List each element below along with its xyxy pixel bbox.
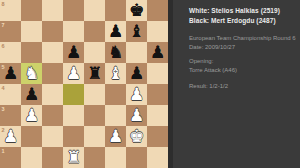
square-e2[interactable] [84,126,105,147]
square-f6[interactable]: ♞ [105,42,126,63]
square-d8[interactable] [63,0,84,21]
square-h5[interactable] [147,63,168,84]
opening-name: Torre Attack (A46) [189,66,296,75]
square-b3[interactable]: ♟ [21,105,42,126]
piece-white-pawn-g3[interactable]: ♟ [126,105,147,126]
chess-game-viewer: 8♚7♟♝6♟♞♟5♟♞♟♜♝♟4♟♟3♟♟2♟♟♚1♜ White: Stel… [0,0,300,168]
piece-white-pawn-a2[interactable]: ♟ [0,126,21,147]
square-h4[interactable] [147,84,168,105]
square-c3[interactable] [42,105,63,126]
chess-board: 8♚7♟♝6♟♞♟5♟♞♟♜♝♟4♟♟3♟♟2♟♟♚1♜ [0,0,168,168]
square-h8[interactable] [147,0,168,21]
piece-black-pawn-a5[interactable]: ♟ [0,63,21,84]
square-f5[interactable]: ♝ [105,63,126,84]
square-f4[interactable] [105,84,126,105]
piece-white-pawn-d5[interactable]: ♟ [63,63,84,84]
square-d2[interactable] [63,126,84,147]
event-name: European Team Championship Round 6 [189,34,296,43]
square-h3[interactable] [147,105,168,126]
square-b1[interactable] [21,147,42,168]
black-player: Black: Mert Erdogdu (2487) [189,16,296,26]
square-g7[interactable]: ♝ [126,21,147,42]
square-f7[interactable]: ♟ [105,21,126,42]
white-player: White: Stelios Halkias (2519) [189,6,296,16]
piece-black-king-g8[interactable]: ♚ [126,0,147,21]
square-e3[interactable] [84,105,105,126]
square-d3[interactable] [63,105,84,126]
square-g6[interactable] [126,42,147,63]
square-f1[interactable] [105,147,126,168]
square-a6[interactable]: 6 [0,42,21,63]
piece-black-pawn-d6[interactable]: ♟ [63,42,84,63]
square-a3[interactable]: 3 [0,105,21,126]
square-g2[interactable]: ♚ [126,126,147,147]
square-c4[interactable] [42,84,63,105]
piece-white-rook-d1[interactable]: ♜ [63,147,84,168]
opening-label: Opening: [189,57,296,66]
square-b5[interactable]: ♞ [21,63,42,84]
piece-white-bishop-f5[interactable]: ♝ [105,63,126,84]
square-g4[interactable]: ♟ [126,84,147,105]
square-e5[interactable]: ♜ [84,63,105,84]
square-e4[interactable] [84,84,105,105]
square-d7[interactable] [63,21,84,42]
square-c2[interactable] [42,126,63,147]
piece-black-pawn-g5[interactable]: ♟ [126,63,147,84]
square-f3[interactable] [105,105,126,126]
piece-black-rook-e5[interactable]: ♜ [84,63,105,84]
square-e8[interactable] [84,0,105,21]
square-e6[interactable] [84,42,105,63]
rank-label-8: 8 [2,1,5,7]
square-c6[interactable] [42,42,63,63]
square-b7[interactable] [21,21,42,42]
square-g5[interactable]: ♟ [126,63,147,84]
square-h7[interactable] [147,21,168,42]
rank-label-6: 6 [2,43,5,49]
square-c1[interactable] [42,147,63,168]
square-d1[interactable]: ♜ [63,147,84,168]
square-e1[interactable] [84,147,105,168]
square-d5[interactable]: ♟ [63,63,84,84]
game-info-panel: White: Stelios Halkias (2519) Black: Mer… [168,0,300,168]
rank-label-4: 4 [2,85,5,91]
square-g8[interactable]: ♚ [126,0,147,21]
square-d6[interactable]: ♟ [63,42,84,63]
piece-black-knight-f6[interactable]: ♞ [105,42,126,63]
rank-label-3: 3 [2,106,5,112]
square-h6[interactable]: ♟ [147,42,168,63]
rank-label-1: 1 [2,148,5,154]
square-h2[interactable] [147,126,168,147]
square-c7[interactable] [42,21,63,42]
piece-white-pawn-b3[interactable]: ♟ [21,105,42,126]
rank-label-7: 7 [2,22,5,28]
square-e7[interactable] [84,21,105,42]
game-result: Result: 1/2-1/2 [189,82,296,91]
square-a7[interactable]: 7 [0,21,21,42]
piece-black-pawn-b4[interactable]: ♟ [21,84,42,105]
square-b6[interactable] [21,42,42,63]
square-c8[interactable] [42,0,63,21]
piece-black-pawn-h6[interactable]: ♟ [147,42,168,63]
square-h1[interactable] [147,147,168,168]
game-date: Date: 2009/10/27 [189,43,296,52]
square-f2[interactable]: ♟ [105,126,126,147]
square-a8[interactable]: 8 [0,0,21,21]
square-a2[interactable]: 2♟ [0,126,21,147]
piece-white-knight-b5[interactable]: ♞ [21,63,42,84]
square-a5[interactable]: 5♟ [0,63,21,84]
square-f8[interactable] [105,0,126,21]
square-b2[interactable] [21,126,42,147]
square-b4[interactable]: ♟ [21,84,42,105]
square-b8[interactable] [21,0,42,21]
piece-white-pawn-f2[interactable]: ♟ [105,126,126,147]
square-a4[interactable]: 4 [0,84,21,105]
piece-white-pawn-g4[interactable]: ♟ [126,84,147,105]
square-g1[interactable] [126,147,147,168]
piece-white-king-g2[interactable]: ♚ [126,126,147,147]
square-g3[interactable]: ♟ [126,105,147,126]
piece-black-pawn-f7[interactable]: ♟ [105,21,126,42]
square-a1[interactable]: 1 [0,147,21,168]
square-c5[interactable] [42,63,63,84]
piece-black-bishop-g7[interactable]: ♝ [126,21,147,42]
square-d4[interactable] [63,84,84,105]
